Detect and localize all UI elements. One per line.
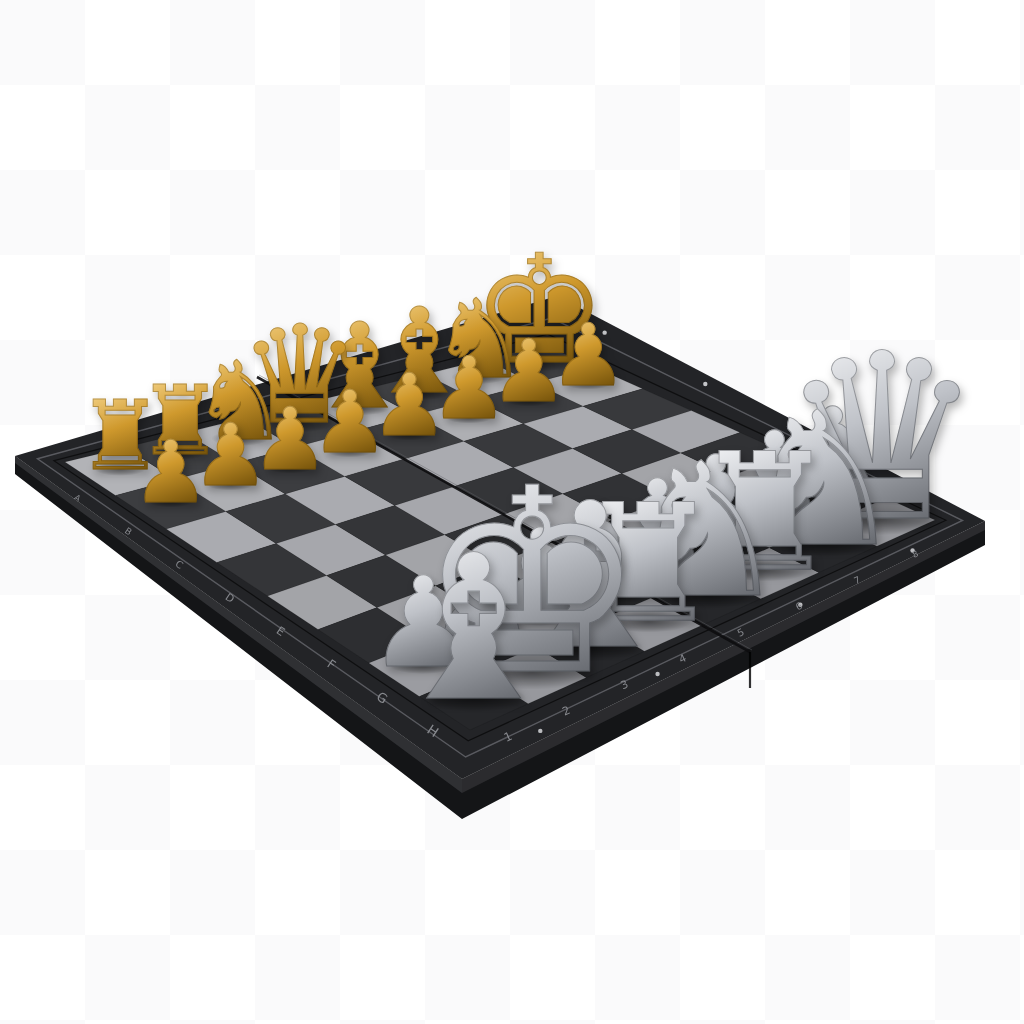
screw-dot [655,672,659,676]
screw-dot [812,437,816,441]
product-photo: ABCDEFGH12345678 ♜♜♞♛♝♝♞♚♟♟♟♟♟♟♟♟♟♟♟♟♟♟♟… [0,0,1024,1024]
chess-board: ABCDEFGH12345678 [0,0,1024,1024]
screw-dot [538,729,542,733]
screw-dot [703,382,707,386]
screw-dot [913,489,917,493]
screw-dot [602,330,606,334]
